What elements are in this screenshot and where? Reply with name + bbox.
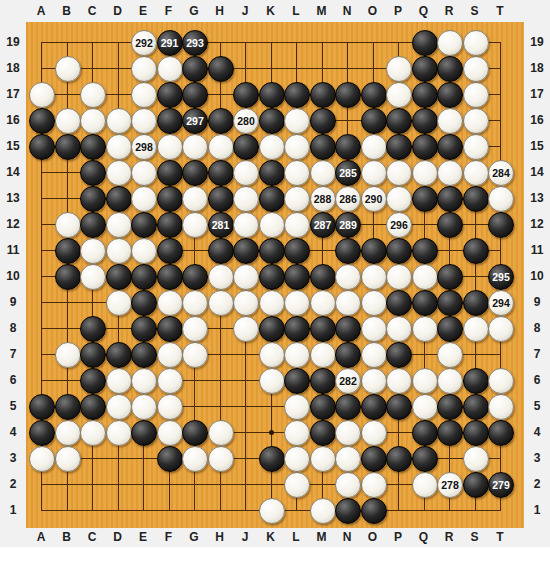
stone-white: 290 — [361, 186, 387, 212]
move-number: 287 — [314, 220, 332, 231]
stone-white — [233, 316, 259, 342]
stone-black — [335, 498, 361, 524]
stone-black — [182, 264, 208, 290]
stone-black — [284, 264, 310, 290]
stone-black — [259, 446, 285, 472]
stone-white — [233, 264, 259, 290]
stone-black — [361, 108, 387, 134]
stone-black — [208, 186, 234, 212]
stone-black — [80, 134, 106, 160]
stone-white — [55, 108, 81, 134]
stone-black — [182, 56, 208, 82]
move-number: 290 — [365, 194, 383, 205]
stone-black — [412, 290, 438, 316]
stone-black — [29, 420, 55, 446]
stone-black — [361, 82, 387, 108]
stone-black — [437, 56, 463, 82]
stone-black — [284, 368, 310, 394]
stone-white — [386, 56, 412, 82]
stone-white — [55, 420, 81, 446]
stone-black — [463, 238, 489, 264]
column-label-top: T — [496, 4, 503, 18]
stone-white — [463, 316, 489, 342]
column-label-bottom: H — [215, 530, 224, 544]
stone-black — [157, 160, 183, 186]
stone-white — [182, 342, 208, 368]
stone-black — [335, 82, 361, 108]
stone-black: 291 — [157, 30, 183, 56]
row-label-left: 9 — [10, 295, 17, 309]
column-label-top: H — [215, 4, 224, 18]
stone-white — [412, 472, 438, 498]
stone-black — [310, 368, 336, 394]
stone-white — [106, 108, 132, 134]
stone-black: 287 — [310, 212, 336, 238]
column-label-bottom: B — [62, 530, 71, 544]
stone-white — [284, 342, 310, 368]
stone-white — [284, 420, 310, 446]
stone-black — [284, 238, 310, 264]
stone-white — [131, 186, 157, 212]
stone-black — [488, 420, 514, 446]
move-number: 278 — [441, 480, 459, 491]
stone-white — [157, 368, 183, 394]
column-label-bottom: Q — [419, 530, 428, 544]
row-label-left: 12 — [6, 217, 19, 231]
stone-white — [284, 134, 310, 160]
stone-black — [386, 394, 412, 420]
stone-black — [361, 394, 387, 420]
stone-white — [284, 446, 310, 472]
stone-white — [208, 264, 234, 290]
row-label-left: 16 — [6, 113, 19, 127]
move-number: 291 — [161, 38, 179, 49]
stone-black — [386, 446, 412, 472]
stone-black — [284, 82, 310, 108]
stone-black — [386, 342, 412, 368]
stone-black — [437, 316, 463, 342]
stone-black — [157, 108, 183, 134]
column-label-top: A — [37, 4, 46, 18]
stone-white — [463, 134, 489, 160]
stone-black — [157, 316, 183, 342]
stone-black — [29, 108, 55, 134]
stone-black — [412, 420, 438, 446]
row-label-right: 4 — [534, 425, 541, 439]
stone-white: 286 — [335, 186, 361, 212]
row-label-right: 3 — [534, 451, 541, 465]
row-label-left: 13 — [6, 191, 19, 205]
row-label-left: 10 — [6, 269, 19, 283]
stone-white: 282 — [335, 368, 361, 394]
row-label-right: 11 — [531, 243, 544, 257]
stone-white — [284, 472, 310, 498]
move-number: 295 — [492, 272, 510, 283]
column-label-bottom: S — [470, 530, 478, 544]
stone-white — [259, 290, 285, 316]
stone-white — [412, 160, 438, 186]
stone-black — [55, 134, 81, 160]
stone-black — [335, 316, 361, 342]
stone-white — [80, 238, 106, 264]
stone-white — [233, 290, 259, 316]
row-label-left: 18 — [6, 61, 19, 75]
stone-white — [29, 82, 55, 108]
row-label-left: 14 — [6, 165, 19, 179]
stone-black — [208, 160, 234, 186]
stone-white — [386, 186, 412, 212]
row-label-left: 8 — [10, 321, 17, 335]
stone-white — [29, 446, 55, 472]
stone-white — [284, 394, 310, 420]
stone-black — [182, 160, 208, 186]
stone-black — [463, 290, 489, 316]
row-label-right: 7 — [534, 347, 541, 361]
stone-black — [80, 160, 106, 186]
stone-black: 297 — [182, 108, 208, 134]
stone-white — [361, 472, 387, 498]
stone-black — [259, 186, 285, 212]
stone-black — [437, 212, 463, 238]
column-label-bottom: F — [165, 530, 172, 544]
go-game-diagram: 2922912932972802982852842882862902812872… — [0, 0, 550, 582]
stone-black — [412, 134, 438, 160]
stone-black — [412, 446, 438, 472]
column-label-top: F — [165, 4, 172, 18]
row-label-right: 14 — [530, 165, 543, 179]
row-label-right: 18 — [530, 61, 543, 75]
stone-black: 293 — [182, 30, 208, 56]
stone-black — [412, 238, 438, 264]
stone-white — [386, 316, 412, 342]
stone-white — [386, 264, 412, 290]
stone-white — [182, 212, 208, 238]
stone-black — [335, 134, 361, 160]
stone-white — [310, 342, 336, 368]
stone-white — [182, 134, 208, 160]
stone-white — [386, 160, 412, 186]
row-label-right: 5 — [534, 399, 541, 413]
stone-white — [463, 108, 489, 134]
column-label-bottom: O — [368, 530, 377, 544]
stone-black — [259, 108, 285, 134]
stone-white: 280 — [233, 108, 259, 134]
column-label-top: D — [113, 4, 122, 18]
column-label-bottom: A — [37, 530, 46, 544]
stone-white — [488, 186, 514, 212]
column-label-top: R — [445, 4, 454, 18]
stone-black — [412, 30, 438, 56]
stone-white — [157, 342, 183, 368]
stone-white — [106, 238, 132, 264]
stone-black — [29, 134, 55, 160]
stone-white — [310, 446, 336, 472]
stone-black — [310, 134, 336, 160]
stone-black — [157, 186, 183, 212]
stone-black — [335, 394, 361, 420]
stone-black — [361, 498, 387, 524]
stone-white — [463, 446, 489, 472]
stone-black — [259, 238, 285, 264]
row-label-right: 15 — [530, 139, 543, 153]
move-number: 292 — [135, 38, 153, 49]
stone-white — [335, 472, 361, 498]
go-board[interactable]: 2922912932972802982852842882862902812872… — [26, 22, 524, 528]
stone-white — [106, 420, 132, 446]
stone-white — [55, 212, 81, 238]
stone-white: 292 — [131, 30, 157, 56]
stone-white — [361, 316, 387, 342]
stone-black — [463, 368, 489, 394]
stone-white — [361, 264, 387, 290]
stone-black — [412, 82, 438, 108]
stone-white — [131, 238, 157, 264]
stone-white — [463, 160, 489, 186]
row-label-left: 17 — [6, 87, 19, 101]
stone-white: 284 — [488, 160, 514, 186]
stone-white — [55, 446, 81, 472]
stone-white — [259, 134, 285, 160]
stone-white — [106, 394, 132, 420]
move-number: 284 — [492, 168, 510, 179]
stone-black — [284, 316, 310, 342]
stone-black — [310, 82, 336, 108]
column-label-top: P — [394, 4, 402, 18]
stone-white — [131, 368, 157, 394]
stone-white — [335, 264, 361, 290]
stone-black — [386, 108, 412, 134]
column-label-bottom: C — [88, 530, 97, 544]
row-label-right: 1 — [534, 503, 541, 517]
stone-black — [106, 186, 132, 212]
stone-white — [106, 134, 132, 160]
column-label-top: L — [292, 4, 299, 18]
column-label-top: C — [88, 4, 97, 18]
column-label-bottom: P — [394, 530, 402, 544]
move-number: 286 — [339, 194, 357, 205]
move-number: 288 — [314, 194, 332, 205]
stone-black — [157, 82, 183, 108]
stone-white — [361, 290, 387, 316]
stone-white: 298 — [131, 134, 157, 160]
stone-white — [80, 420, 106, 446]
move-number: 294 — [492, 298, 510, 309]
stone-white — [259, 368, 285, 394]
stone-white — [463, 82, 489, 108]
row-label-left: 2 — [10, 477, 17, 491]
stone-white — [386, 82, 412, 108]
column-label-bottom: R — [445, 530, 454, 544]
row-label-right: 2 — [534, 477, 541, 491]
stone-black — [259, 160, 285, 186]
stone-white — [182, 316, 208, 342]
stone-white — [182, 290, 208, 316]
stone-black — [157, 238, 183, 264]
column-label-top: B — [62, 4, 71, 18]
stone-black — [437, 134, 463, 160]
stone-white — [437, 368, 463, 394]
stone-white — [208, 134, 234, 160]
stone-white: 294 — [488, 290, 514, 316]
stone-white — [412, 316, 438, 342]
stone-black — [80, 212, 106, 238]
stone-white — [437, 342, 463, 368]
stone-white — [55, 342, 81, 368]
row-label-right: 10 — [530, 269, 543, 283]
stone-black — [437, 186, 463, 212]
stone-white — [182, 446, 208, 472]
stone-black — [182, 82, 208, 108]
stone-black — [80, 186, 106, 212]
star-point — [269, 430, 274, 435]
stone-black — [310, 108, 336, 134]
stone-white — [80, 82, 106, 108]
stone-black — [437, 420, 463, 446]
stone-black — [29, 394, 55, 420]
stone-white — [284, 108, 310, 134]
move-number: 297 — [186, 116, 204, 127]
stone-black — [386, 290, 412, 316]
row-label-left: 4 — [10, 425, 17, 439]
column-label-top: S — [470, 4, 478, 18]
stone-white — [157, 394, 183, 420]
stone-black — [131, 212, 157, 238]
stone-black — [55, 394, 81, 420]
stone-white — [284, 160, 310, 186]
stone-white — [106, 212, 132, 238]
row-label-right: 8 — [534, 321, 541, 335]
stone-black — [233, 134, 259, 160]
stone-white — [284, 290, 310, 316]
stone-white: 288 — [310, 186, 336, 212]
stone-white — [157, 290, 183, 316]
column-label-top: J — [242, 4, 249, 18]
stone-black — [55, 264, 81, 290]
row-label-left: 6 — [10, 373, 17, 387]
stone-black — [412, 108, 438, 134]
move-number: 289 — [339, 220, 357, 231]
stone-white — [335, 420, 361, 446]
stone-white — [361, 342, 387, 368]
stone-black — [463, 420, 489, 446]
stone-black — [131, 420, 157, 446]
column-label-top: G — [189, 4, 198, 18]
stone-black — [131, 264, 157, 290]
stone-white — [131, 56, 157, 82]
stone-black — [386, 134, 412, 160]
stone-black — [80, 368, 106, 394]
stone-black — [106, 264, 132, 290]
stone-white — [208, 290, 234, 316]
stone-black — [361, 446, 387, 472]
stone-white — [361, 368, 387, 394]
stone-black — [310, 394, 336, 420]
stone-black — [310, 420, 336, 446]
row-label-right: 19 — [530, 35, 543, 49]
row-label-left: 19 — [6, 35, 19, 49]
column-label-bottom: E — [139, 530, 147, 544]
stone-white — [361, 134, 387, 160]
row-label-left: 5 — [10, 399, 17, 413]
stone-black — [131, 290, 157, 316]
stone-black — [80, 342, 106, 368]
stone-black — [259, 316, 285, 342]
stone-white — [310, 160, 336, 186]
move-number: 281 — [212, 220, 230, 231]
stone-black: 281 — [208, 212, 234, 238]
stone-white — [488, 316, 514, 342]
stone-black — [310, 264, 336, 290]
stone-black: 289 — [335, 212, 361, 238]
column-label-bottom: G — [189, 530, 198, 544]
column-label-bottom: M — [317, 530, 327, 544]
stone-white — [80, 264, 106, 290]
stone-black — [131, 316, 157, 342]
stone-black — [80, 394, 106, 420]
column-label-bottom: K — [266, 530, 275, 544]
stone-black — [182, 420, 208, 446]
column-label-bottom: N — [343, 530, 352, 544]
stone-black — [259, 82, 285, 108]
stone-white — [106, 290, 132, 316]
move-number: 296 — [390, 220, 408, 231]
move-number: 280 — [237, 116, 255, 127]
stone-white — [310, 498, 336, 524]
row-label-right: 12 — [530, 217, 543, 231]
stone-white — [488, 394, 514, 420]
caption: 283 J15 — [0, 547, 550, 582]
stone-black — [233, 238, 259, 264]
stone-black — [335, 238, 361, 264]
stone-black — [131, 342, 157, 368]
move-number: 285 — [339, 168, 357, 179]
stone-black: 285 — [335, 160, 361, 186]
stone-black: 279 — [488, 472, 514, 498]
stone-black — [437, 82, 463, 108]
row-label-left: 1 — [10, 503, 17, 517]
stone-white — [463, 56, 489, 82]
stone-white — [131, 160, 157, 186]
stone-white — [437, 160, 463, 186]
stone-white — [412, 394, 438, 420]
stone-black — [157, 264, 183, 290]
stone-white — [233, 160, 259, 186]
stone-white — [233, 212, 259, 238]
stone-white — [131, 82, 157, 108]
stone-black — [208, 56, 234, 82]
stone-black — [463, 472, 489, 498]
stone-white — [437, 30, 463, 56]
stone-black — [55, 238, 81, 264]
stone-white — [106, 368, 132, 394]
stone-black — [157, 446, 183, 472]
stone-black — [412, 186, 438, 212]
column-label-bottom: T — [496, 530, 503, 544]
column-label-top: M — [317, 4, 327, 18]
stone-white — [488, 368, 514, 394]
stone-black — [412, 56, 438, 82]
row-label-left: 15 — [6, 139, 19, 153]
row-label-right: 13 — [530, 191, 543, 205]
stone-white — [361, 420, 387, 446]
stone-white — [386, 368, 412, 394]
move-number: 279 — [492, 480, 510, 491]
stone-white — [157, 420, 183, 446]
stone-white — [310, 290, 336, 316]
stone-black — [259, 264, 285, 290]
stone-black — [310, 316, 336, 342]
stone-white — [284, 186, 310, 212]
